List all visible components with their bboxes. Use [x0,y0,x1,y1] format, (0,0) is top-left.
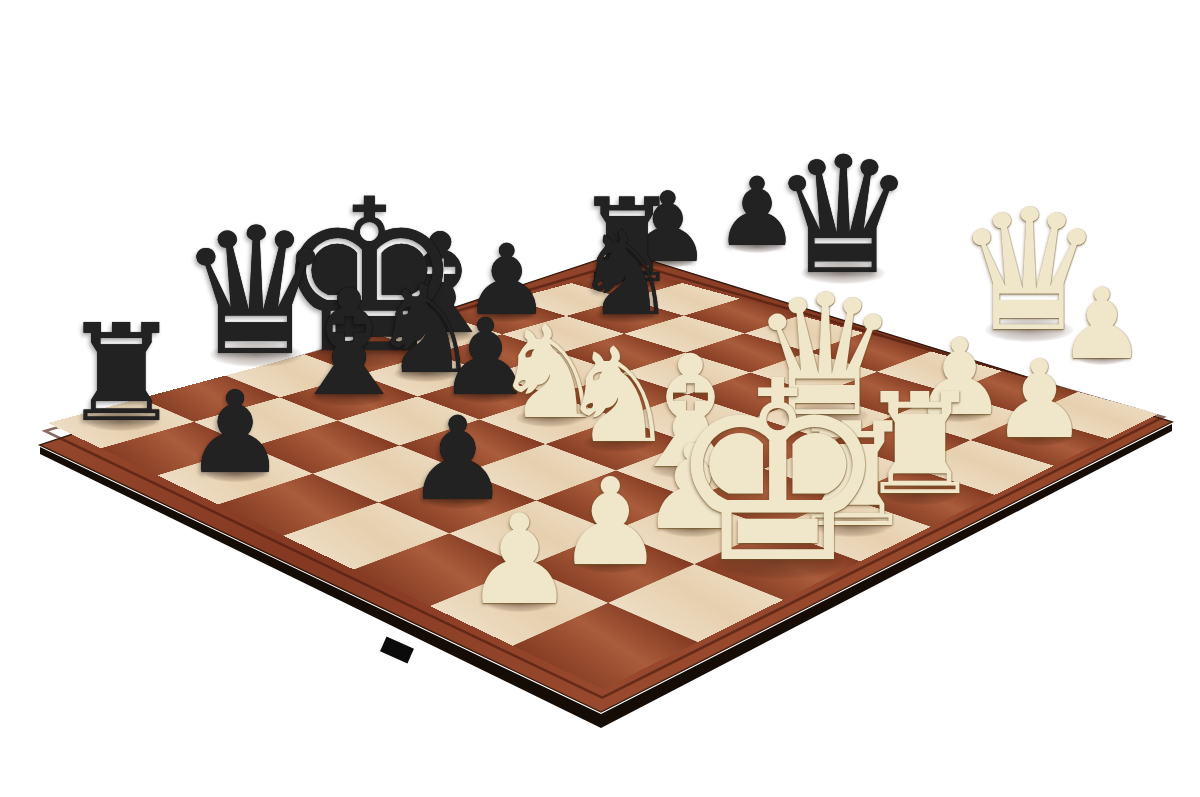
black-rook-a8[interactable]: ♜ [54,307,188,441]
white-pawn-a2[interactable]: ♟ [457,498,581,622]
black-bishop-c7[interactable]: ♝ [276,271,423,418]
board-connector [380,637,414,664]
white-pawn-g1[interactable]: ♟ [985,346,1093,454]
white-king-c1[interactable]: ♚ [653,348,902,597]
black-pawn-a6[interactable]: ♟ [179,377,293,491]
product-photo-stage: ♜♚♝♟♜♝♞♞♟♟♞♟♞♝♛♟♟♟♟♚♜♜♟♛♟♟♛♛♟ [0,0,1200,797]
